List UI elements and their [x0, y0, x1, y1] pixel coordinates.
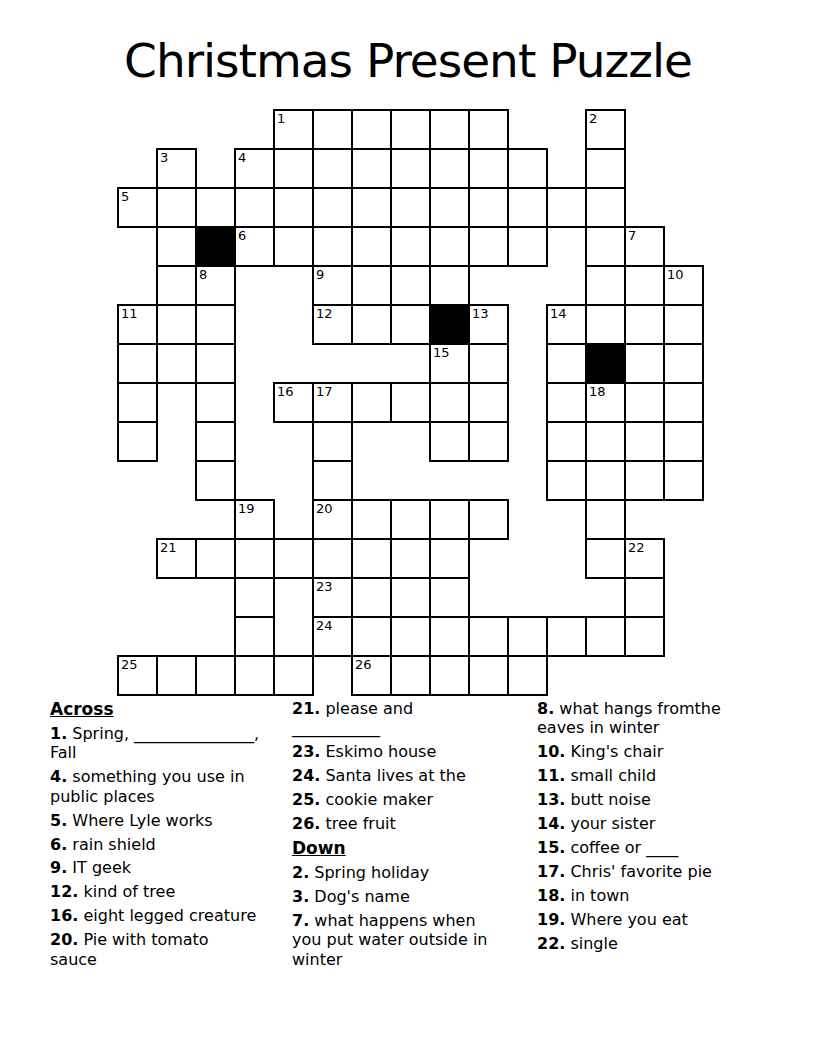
clue-number: 1	[277, 111, 285, 126]
clue-item: 18. in town	[537, 886, 783, 905]
grid-cell[interactable]	[312, 538, 353, 579]
grid-cell[interactable]	[234, 655, 275, 696]
grid-cell[interactable]	[429, 265, 470, 306]
grid-cell[interactable]: 25	[117, 655, 158, 696]
grid-cell[interactable]	[546, 187, 587, 228]
grid-cell[interactable]	[312, 226, 353, 267]
clue-item-text: Spring, _______________, Fall	[50, 724, 259, 762]
clue-item-number: 9.	[50, 858, 67, 877]
grid-cell[interactable]	[312, 187, 353, 228]
clue-number: 26	[355, 657, 372, 672]
clue-column-down: 8. what hangs fromthe eaves in winter10.…	[537, 699, 783, 957]
grid-cell[interactable]	[585, 265, 626, 306]
grid-cell[interactable]	[117, 343, 158, 384]
clue-item-number: 5.	[50, 811, 67, 830]
grid-cell[interactable]	[273, 187, 314, 228]
clue-list-header: Across	[50, 699, 290, 719]
clue-number: 3	[160, 150, 168, 165]
grid-cell[interactable]	[390, 538, 431, 579]
clue-item-number: 1.	[50, 724, 67, 743]
grid-cell[interactable]	[195, 382, 236, 423]
clue-item-text: Dog's name	[309, 887, 410, 906]
grid-cell[interactable]	[234, 577, 275, 618]
grid-cell[interactable]	[507, 616, 548, 657]
clue-number: 10	[667, 267, 684, 282]
clue-item: 24. Santa lives at the	[292, 766, 524, 785]
clue-item-text: cookie maker	[320, 790, 433, 809]
clue-number: 4	[238, 150, 246, 165]
grid-cell[interactable]	[663, 382, 704, 423]
grid-cell[interactable]	[273, 538, 314, 579]
grid-cell[interactable]	[546, 421, 587, 462]
clue-column-across: Across1. Spring, _______________, Fall4.…	[50, 699, 290, 973]
clue-number: 11	[121, 306, 138, 321]
grid-cell[interactable]	[429, 421, 470, 462]
clue-item: 23. Eskimo house	[292, 742, 524, 761]
grid-cell[interactable]	[624, 382, 665, 423]
grid-cell[interactable]	[351, 499, 392, 540]
grid-cell[interactable]: 2	[585, 109, 626, 150]
grid-cell[interactable]	[663, 343, 704, 384]
grid-cell[interactable]	[585, 538, 626, 579]
clue-item: 3. Dog's name	[292, 887, 524, 906]
clue-item-text: rain shield	[67, 835, 156, 854]
grid-cell[interactable]: 24	[312, 616, 353, 657]
clue-item: 1. Spring, _______________, Fall	[50, 724, 290, 763]
grid-cell[interactable]	[585, 226, 626, 267]
grid-cell[interactable]	[468, 499, 509, 540]
grid-cell[interactable]	[351, 109, 392, 150]
grid-cell[interactable]	[195, 187, 236, 228]
grid-cell[interactable]	[624, 616, 665, 657]
grid-cell[interactable]: 23	[312, 577, 353, 618]
clue-number: 18	[589, 384, 606, 399]
grid-cell[interactable]	[624, 421, 665, 462]
grid-cell[interactable]	[351, 187, 392, 228]
clue-item-number: 15.	[537, 838, 565, 857]
clue-number: 14	[550, 306, 567, 321]
grid-cell[interactable]: 4	[234, 148, 275, 189]
clue-number: 17	[316, 384, 333, 399]
grid-cell[interactable]	[351, 577, 392, 618]
grid-cell[interactable]	[624, 265, 665, 306]
grid-cell[interactable]	[624, 460, 665, 501]
clue-item-number: 8.	[537, 699, 554, 718]
grid-cell[interactable]: 15	[429, 343, 470, 384]
clue-list-header: Down	[292, 838, 524, 858]
grid-cell[interactable]	[663, 460, 704, 501]
clue-item-text: something you use in public places	[50, 767, 245, 805]
grid-cell[interactable]	[546, 460, 587, 501]
clue-item-number: 23.	[292, 742, 320, 761]
clue-item: 26. tree fruit	[292, 814, 524, 833]
grid-cell[interactable]: 14	[546, 304, 587, 345]
grid-cell[interactable]: 19	[234, 499, 275, 540]
grid-cell[interactable]	[507, 226, 548, 267]
grid-cell[interactable]	[585, 148, 626, 189]
grid-cell[interactable]	[234, 616, 275, 657]
grid-cell[interactable]	[663, 421, 704, 462]
grid-cell[interactable]	[429, 616, 470, 657]
clue-item-number: 7.	[292, 911, 309, 930]
clue-item: 10. King's chair	[537, 742, 783, 761]
grid-cell[interactable]: 9	[312, 265, 353, 306]
grid-cell[interactable]	[390, 187, 431, 228]
grid-cell[interactable]	[429, 226, 470, 267]
clue-item-number: 16.	[50, 906, 78, 925]
clue-number: 19	[238, 501, 255, 516]
grid-cell[interactable]	[351, 382, 392, 423]
grid-cell[interactable]	[390, 109, 431, 150]
grid-cell[interactable]	[429, 382, 470, 423]
grid-cell[interactable]: 16	[273, 382, 314, 423]
grid-cell[interactable]	[468, 343, 509, 384]
grid-cell[interactable]	[195, 655, 236, 696]
grid-cell[interactable]	[585, 187, 626, 228]
clue-number: 8	[199, 267, 207, 282]
clue-item-text: Chris' favorite pie	[565, 862, 712, 881]
clue-number: 7	[628, 228, 636, 243]
grid-cell[interactable]	[390, 616, 431, 657]
grid-cell[interactable]	[312, 109, 353, 150]
clue-item-number: 21.	[292, 699, 320, 718]
clue-item-text: what happens when you put water outside …	[292, 911, 487, 969]
clue-item-text: eight legged creature	[78, 906, 256, 925]
clue-item-text: King's chair	[565, 742, 663, 761]
clue-item-number: 11.	[537, 766, 565, 785]
grid-cell[interactable]	[195, 538, 236, 579]
clue-item-number: 17.	[537, 862, 565, 881]
grid-cell[interactable]: 8	[195, 265, 236, 306]
grid-cell[interactable]	[390, 304, 431, 345]
clue-item-text: coffee or ____	[565, 838, 678, 857]
clue-number: 16	[277, 384, 294, 399]
clue-column-middle: 21. please and ___________23. Eskimo hou…	[292, 699, 524, 973]
grid-cell[interactable]	[429, 655, 470, 696]
grid-cell[interactable]	[351, 265, 392, 306]
grid-cell[interactable]	[429, 109, 470, 150]
clue-number: 15	[433, 345, 450, 360]
grid-cell[interactable]	[312, 148, 353, 189]
grid-cell[interactable]: 7	[624, 226, 665, 267]
grid-cell[interactable]	[156, 304, 197, 345]
grid-cell[interactable]	[234, 538, 275, 579]
grid-cell[interactable]	[156, 343, 197, 384]
clue-number: 21	[160, 540, 177, 555]
grid-cell[interactable]: 6	[234, 226, 275, 267]
grid-cell[interactable]	[429, 577, 470, 618]
clue-item: 22. single	[537, 934, 783, 953]
grid-cell[interactable]: 22	[624, 538, 665, 579]
grid-cell[interactable]: 3	[156, 148, 197, 189]
grid-cell[interactable]	[117, 382, 158, 423]
grid-cell[interactable]	[429, 148, 470, 189]
grid-cell[interactable]	[195, 304, 236, 345]
grid-cell[interactable]	[507, 187, 548, 228]
grid-cell[interactable]	[585, 460, 626, 501]
crossword-grid: 1234567891011121314151617181920212223242…	[118, 110, 703, 695]
clue-item-number: 19.	[537, 910, 565, 929]
clue-item: 15. coffee or ____	[537, 838, 783, 857]
clue-item: 14. your sister	[537, 814, 783, 833]
clue-number: 24	[316, 618, 333, 633]
grid-cell[interactable]	[156, 265, 197, 306]
clue-item-text: Santa lives at the	[320, 766, 465, 785]
clue-item-text: your sister	[565, 814, 655, 833]
clue-item: 13. butt noise	[537, 790, 783, 809]
grid-cell[interactable]	[390, 226, 431, 267]
clue-item: 11. small child	[537, 766, 783, 785]
clue-item: 8. what hangs fromthe eaves in winter	[537, 699, 783, 738]
grid-cell[interactable]	[195, 343, 236, 384]
clue-item-text: single	[565, 934, 617, 953]
clue-item-number: 6.	[50, 835, 67, 854]
grid-cell[interactable]: 11	[117, 304, 158, 345]
clue-number: 2	[589, 111, 597, 126]
clue-item-text: Spring holiday	[309, 863, 429, 882]
grid-cell[interactable]	[312, 421, 353, 462]
grid-cell[interactable]	[507, 148, 548, 189]
clue-item: 7. what happens when you put water outsi…	[292, 911, 524, 969]
clue-item-number: 2.	[292, 863, 309, 882]
grid-cell[interactable]	[468, 616, 509, 657]
clue-number: 5	[121, 189, 129, 204]
grid-cell[interactable]: 12	[312, 304, 353, 345]
grid-cell[interactable]	[390, 265, 431, 306]
clue-item-number: 22.	[537, 934, 565, 953]
grid-cell[interactable]	[351, 226, 392, 267]
grid-cell[interactable]	[156, 655, 197, 696]
clue-item: 2. Spring holiday	[292, 863, 524, 882]
grid-cell[interactable]	[546, 616, 587, 657]
grid-cell[interactable]	[585, 421, 626, 462]
grid-cell[interactable]	[546, 343, 587, 384]
clue-item-number: 4.	[50, 767, 67, 786]
clue-item-text: what hangs fromthe eaves in winter	[537, 699, 721, 737]
grid-cell[interactable]	[195, 460, 236, 501]
clue-item-text: in town	[565, 886, 629, 905]
grid-cell[interactable]	[273, 148, 314, 189]
grid-cell[interactable]	[468, 655, 509, 696]
grid-cell[interactable]	[195, 421, 236, 462]
grid-cell[interactable]: 17	[312, 382, 353, 423]
grid-cell[interactable]	[429, 538, 470, 579]
clue-item-number: 12.	[50, 882, 78, 901]
clue-number: 12	[316, 306, 333, 321]
clue-item: 20. Pie with tomato sauce	[50, 930, 290, 969]
grid-cell[interactable]	[507, 655, 548, 696]
clue-item: 9. IT geek	[50, 858, 290, 877]
grid-cell[interactable]: 5	[117, 187, 158, 228]
grid-cell[interactable]	[390, 382, 431, 423]
grid-cell[interactable]	[351, 616, 392, 657]
clue-item: 4. something you use in public places	[50, 767, 290, 806]
clue-item-text: butt noise	[565, 790, 651, 809]
black-cell	[429, 304, 470, 345]
grid-cell[interactable]	[624, 577, 665, 618]
grid-cell[interactable]	[468, 187, 509, 228]
clue-item-text: kind of tree	[78, 882, 175, 901]
clue-item: 16. eight legged creature	[50, 906, 290, 925]
clue-item-text: Where Lyle works	[67, 811, 212, 830]
clue-number: 6	[238, 228, 246, 243]
clue-item-text: IT geek	[67, 858, 131, 877]
grid-cell[interactable]: 10	[663, 265, 704, 306]
clue-item: 17. Chris' favorite pie	[537, 862, 783, 881]
grid-cell[interactable]	[390, 148, 431, 189]
clue-item: 21. please and ___________	[292, 699, 524, 738]
grid-cell[interactable]: 1	[273, 109, 314, 150]
grid-cell[interactable]	[546, 382, 587, 423]
grid-cell[interactable]	[468, 109, 509, 150]
grid-cell[interactable]	[390, 577, 431, 618]
grid-cell[interactable]	[468, 148, 509, 189]
clue-number: 25	[121, 657, 138, 672]
grid-cell[interactable]	[390, 499, 431, 540]
grid-cell[interactable]	[624, 304, 665, 345]
grid-cell[interactable]	[273, 226, 314, 267]
clue-item-number: 10.	[537, 742, 565, 761]
clue-number: 22	[628, 540, 645, 555]
clue-item-number: 26.	[292, 814, 320, 833]
grid-cell[interactable]	[390, 655, 431, 696]
grid-cell[interactable]	[273, 655, 314, 696]
puzzle-title: Christmas Present Puzzle	[0, 33, 816, 89]
clue-item-number: 3.	[292, 887, 309, 906]
clue-item-number: 14.	[537, 814, 565, 833]
grid-cell[interactable]	[663, 304, 704, 345]
grid-cell[interactable]	[117, 421, 158, 462]
clue-number: 13	[472, 306, 489, 321]
clue-item-number: 20.	[50, 930, 78, 949]
grid-cell[interactable]	[351, 148, 392, 189]
clue-number: 9	[316, 267, 324, 282]
clue-item-text: Where you eat	[565, 910, 687, 929]
clue-number: 20	[316, 501, 333, 516]
grid-cell[interactable]: 21	[156, 538, 197, 579]
grid-cell[interactable]	[429, 187, 470, 228]
black-cell	[585, 343, 626, 384]
clue-item: 19. Where you eat	[537, 910, 783, 929]
grid-cell[interactable]	[468, 382, 509, 423]
black-cell	[195, 226, 236, 267]
clue-item: 6. rain shield	[50, 835, 290, 854]
grid-cell[interactable]: 13	[468, 304, 509, 345]
grid-cell[interactable]	[624, 343, 665, 384]
clue-item-number: 25.	[292, 790, 320, 809]
grid-cell[interactable]	[429, 499, 470, 540]
grid-cell[interactable]	[351, 304, 392, 345]
grid-cell[interactable]	[156, 226, 197, 267]
clue-item: 25. cookie maker	[292, 790, 524, 809]
grid-cell[interactable]	[234, 187, 275, 228]
grid-cell[interactable]	[585, 304, 626, 345]
grid-cell[interactable]: 20	[312, 499, 353, 540]
grid-cell[interactable]	[312, 460, 353, 501]
clue-item: 12. kind of tree	[50, 882, 290, 901]
grid-cell[interactable]	[156, 187, 197, 228]
grid-cell[interactable]	[351, 538, 392, 579]
grid-cell[interactable]	[585, 616, 626, 657]
clue-item-number: 18.	[537, 886, 565, 905]
grid-cell[interactable]: 26	[351, 655, 392, 696]
grid-cell[interactable]	[585, 499, 626, 540]
grid-cell[interactable]	[468, 421, 509, 462]
grid-cell[interactable]: 18	[585, 382, 626, 423]
clue-item-number: 13.	[537, 790, 565, 809]
grid-cell[interactable]	[468, 226, 509, 267]
clue-number: 23	[316, 579, 333, 594]
clue-item-text: tree fruit	[320, 814, 395, 833]
clue-item: 5. Where Lyle works	[50, 811, 290, 830]
clue-item-number: 24.	[292, 766, 320, 785]
clue-item-text: Eskimo house	[320, 742, 436, 761]
clue-item-text: small child	[565, 766, 656, 785]
